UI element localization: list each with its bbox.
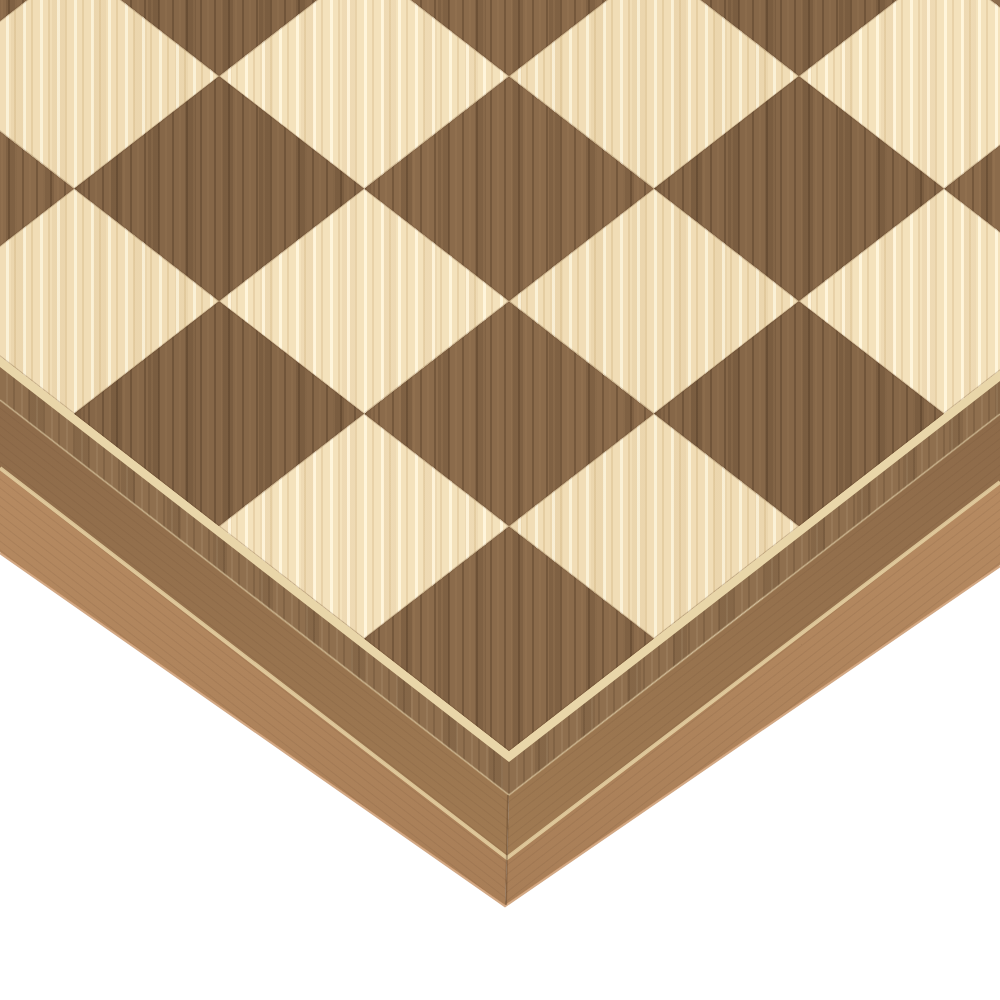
product-photo-scene (0, 0, 1000, 1000)
side-left-upper-grain (0, 400, 509, 858)
side-left-lower-grain (0, 468, 507, 905)
side-right-upper-grain (507, 414, 1000, 858)
board-side-faces (0, 0, 1000, 1000)
side-right-lower-grain (505, 482, 1000, 905)
